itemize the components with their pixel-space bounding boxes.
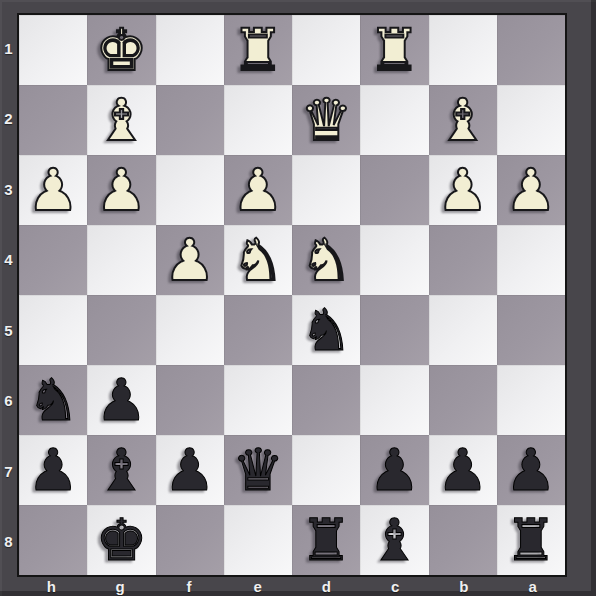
square-a1[interactable] — [497, 15, 565, 85]
square-h5[interactable] — [19, 295, 87, 365]
piece-black-pawn: ♟ — [437, 441, 489, 499]
square-e4[interactable]: ♞ — [224, 225, 292, 295]
square-e8[interactable] — [224, 505, 292, 575]
piece-black-pawn: ♟ — [368, 441, 420, 499]
square-b5[interactable] — [429, 295, 497, 365]
square-h4[interactable] — [19, 225, 87, 295]
rank-label-7: 7 — [0, 436, 17, 507]
square-f8[interactable] — [156, 505, 224, 575]
square-e1[interactable]: ♜ — [224, 15, 292, 85]
square-e6[interactable] — [224, 365, 292, 435]
piece-black-pawn: ♟ — [27, 441, 79, 499]
rank-label-3: 3 — [0, 154, 17, 225]
rank-labels: 12345678 — [0, 13, 17, 577]
square-e3[interactable]: ♟ — [224, 155, 292, 225]
square-e2[interactable] — [224, 85, 292, 155]
square-d7[interactable] — [292, 435, 360, 505]
chess-board: ♚♜♜♝♛♝♟♟♟♟♟♟♞♞♞♞♟♟♝♟♛♟♟♟♚♜♝♜ — [17, 13, 567, 577]
square-d3[interactable] — [292, 155, 360, 225]
square-b1[interactable] — [429, 15, 497, 85]
piece-black-knight: ♞ — [300, 301, 352, 359]
file-label-g: g — [86, 577, 155, 596]
square-h6[interactable]: ♞ — [19, 365, 87, 435]
square-a6[interactable] — [497, 365, 565, 435]
rank-label-5: 5 — [0, 295, 17, 366]
file-labels: hgfedcba — [17, 577, 567, 596]
square-a2[interactable] — [497, 85, 565, 155]
square-g2[interactable]: ♝ — [87, 85, 155, 155]
piece-black-pawn: ♟ — [505, 441, 557, 499]
square-g1[interactable]: ♚ — [87, 15, 155, 85]
square-a8[interactable]: ♜ — [497, 505, 565, 575]
piece-white-bishop: ♝ — [95, 91, 147, 149]
piece-white-pawn: ♟ — [164, 231, 216, 289]
rank-label-4: 4 — [0, 225, 17, 296]
file-label-e: e — [223, 577, 292, 596]
file-label-d: d — [292, 577, 361, 596]
square-h1[interactable] — [19, 15, 87, 85]
square-b7[interactable]: ♟ — [429, 435, 497, 505]
square-b2[interactable]: ♝ — [429, 85, 497, 155]
square-f6[interactable] — [156, 365, 224, 435]
square-f5[interactable] — [156, 295, 224, 365]
piece-black-knight: ♞ — [27, 371, 79, 429]
square-e7[interactable]: ♛ — [224, 435, 292, 505]
square-g8[interactable]: ♚ — [87, 505, 155, 575]
piece-white-pawn: ♟ — [505, 161, 557, 219]
square-b3[interactable]: ♟ — [429, 155, 497, 225]
file-label-b: b — [430, 577, 499, 596]
square-h7[interactable]: ♟ — [19, 435, 87, 505]
piece-white-bishop: ♝ — [437, 91, 489, 149]
piece-black-king: ♚ — [95, 511, 147, 569]
piece-white-pawn: ♟ — [437, 161, 489, 219]
piece-black-pawn: ♟ — [164, 441, 216, 499]
square-a7[interactable]: ♟ — [497, 435, 565, 505]
file-label-h: h — [17, 577, 86, 596]
board-frame: 12345678 ♚♜♜♝♛♝♟♟♟♟♟♟♞♞♞♞♟♟♝♟♛♟♟♟♚♜♝♜ hg… — [0, 0, 596, 596]
square-a4[interactable] — [497, 225, 565, 295]
square-b8[interactable] — [429, 505, 497, 575]
piece-black-rook: ♜ — [300, 511, 352, 569]
piece-white-queen: ♛ — [300, 91, 352, 149]
square-d6[interactable] — [292, 365, 360, 435]
piece-white-pawn: ♟ — [95, 161, 147, 219]
piece-black-bishop: ♝ — [95, 441, 147, 499]
piece-white-rook: ♜ — [368, 21, 420, 79]
square-h2[interactable] — [19, 85, 87, 155]
file-label-f: f — [155, 577, 224, 596]
piece-black-rook: ♜ — [505, 511, 557, 569]
square-a3[interactable]: ♟ — [497, 155, 565, 225]
square-g7[interactable]: ♝ — [87, 435, 155, 505]
square-d5[interactable]: ♞ — [292, 295, 360, 365]
square-c4[interactable] — [360, 225, 428, 295]
square-d2[interactable]: ♛ — [292, 85, 360, 155]
square-f1[interactable] — [156, 15, 224, 85]
piece-black-pawn: ♟ — [95, 371, 147, 429]
rank-label-6: 6 — [0, 366, 17, 437]
square-f2[interactable] — [156, 85, 224, 155]
rank-label-8: 8 — [0, 507, 17, 578]
square-d4[interactable]: ♞ — [292, 225, 360, 295]
square-c3[interactable] — [360, 155, 428, 225]
square-f7[interactable]: ♟ — [156, 435, 224, 505]
square-g4[interactable] — [87, 225, 155, 295]
square-b4[interactable] — [429, 225, 497, 295]
square-h3[interactable]: ♟ — [19, 155, 87, 225]
piece-white-rook: ♜ — [232, 21, 284, 79]
square-g6[interactable]: ♟ — [87, 365, 155, 435]
square-g3[interactable]: ♟ — [87, 155, 155, 225]
square-c8[interactable]: ♝ — [360, 505, 428, 575]
piece-white-king: ♚ — [95, 21, 147, 79]
file-label-c: c — [361, 577, 430, 596]
square-g5[interactable] — [87, 295, 155, 365]
piece-white-pawn: ♟ — [232, 161, 284, 219]
square-f4[interactable]: ♟ — [156, 225, 224, 295]
rank-label-2: 2 — [0, 84, 17, 155]
rank-label-1: 1 — [0, 13, 17, 84]
square-b6[interactable] — [429, 365, 497, 435]
square-c1[interactable]: ♜ — [360, 15, 428, 85]
square-d1[interactable] — [292, 15, 360, 85]
square-d8[interactable]: ♜ — [292, 505, 360, 575]
square-c2[interactable] — [360, 85, 428, 155]
square-c5[interactable] — [360, 295, 428, 365]
square-f3[interactable] — [156, 155, 224, 225]
piece-white-knight: ♞ — [232, 231, 284, 289]
square-c7[interactable]: ♟ — [360, 435, 428, 505]
square-a5[interactable] — [497, 295, 565, 365]
piece-white-pawn: ♟ — [27, 161, 79, 219]
piece-white-knight: ♞ — [300, 231, 352, 289]
square-e5[interactable] — [224, 295, 292, 365]
piece-black-bishop: ♝ — [368, 511, 420, 569]
piece-black-queen: ♛ — [232, 441, 284, 499]
square-c6[interactable] — [360, 365, 428, 435]
file-label-a: a — [498, 577, 567, 596]
square-h8[interactable] — [19, 505, 87, 575]
